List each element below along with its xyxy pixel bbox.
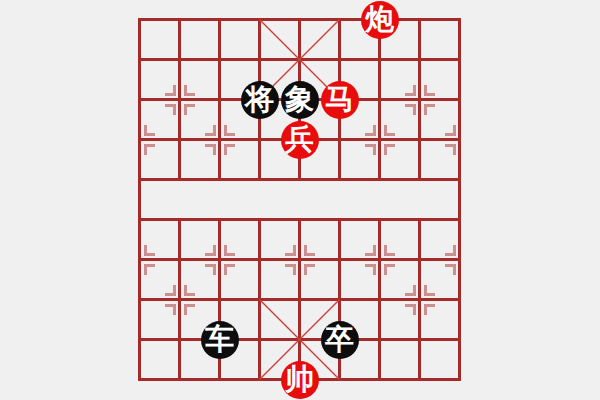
piece-layer: 炮将象马兵车卒帅 xyxy=(138,18,461,381)
piece-black-elephant[interactable]: 象 xyxy=(281,81,319,119)
piece-red-cannon[interactable]: 炮 xyxy=(361,1,399,39)
piece-red-horse[interactable]: 马 xyxy=(321,81,359,119)
piece-black-general[interactable]: 将 xyxy=(241,81,279,119)
piece-black-chariot[interactable]: 车 xyxy=(201,321,239,359)
xiangqi-diagram: 炮将象马兵车卒帅 xyxy=(0,0,600,400)
xiangqi-board[interactable]: 炮将象马兵车卒帅 xyxy=(138,18,461,381)
piece-red-general[interactable]: 帅 xyxy=(281,361,319,399)
piece-red-soldier[interactable]: 兵 xyxy=(281,121,319,159)
piece-black-soldier[interactable]: 卒 xyxy=(321,321,359,359)
